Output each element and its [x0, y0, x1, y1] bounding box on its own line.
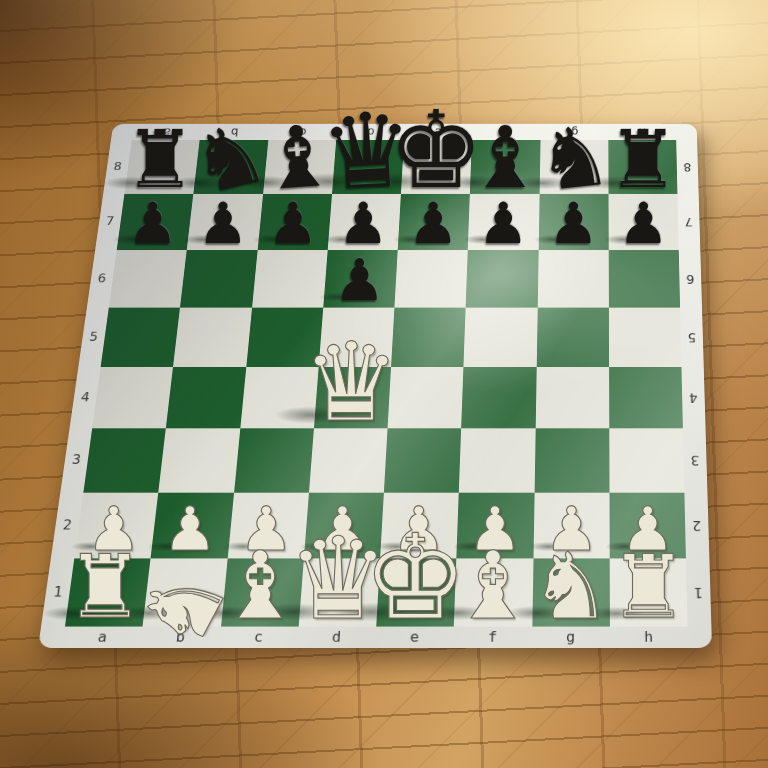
- square-c6[interactable]: [252, 250, 328, 308]
- square-h5[interactable]: [609, 307, 682, 367]
- square-b4[interactable]: [166, 367, 246, 429]
- piece-black-pawn-d6[interactable]: ♟: [334, 252, 386, 310]
- square-f6[interactable]: [466, 250, 538, 308]
- square-g5[interactable]: [536, 307, 609, 367]
- rank-label-right-6: 6: [680, 250, 701, 308]
- square-b5[interactable]: [173, 307, 251, 367]
- square-a3[interactable]: [83, 429, 166, 493]
- square-a4[interactable]: [92, 367, 173, 429]
- square-b6[interactable]: [180, 250, 257, 308]
- square-e5[interactable]: [391, 307, 466, 367]
- square-f3[interactable]: [459, 429, 535, 493]
- square-e6[interactable]: [394, 250, 468, 308]
- square-f5[interactable]: [464, 307, 538, 367]
- piece-white-bishop-f1[interactable]: ♝: [451, 539, 535, 632]
- rank-label-right-5: 5: [681, 307, 703, 367]
- rank-label-right-2: 2: [685, 492, 708, 558]
- piece-black-pawn-f7[interactable]: ♟: [478, 195, 529, 252]
- rank-label-right-8: 8: [677, 140, 698, 194]
- piece-black-rook-h8[interactable]: ♜: [607, 120, 678, 200]
- square-b3[interactable]: [159, 429, 240, 493]
- square-g6[interactable]: [537, 250, 608, 308]
- piece-black-pawn-b7[interactable]: ♟: [198, 195, 249, 252]
- rank-label-right-1: 1: [687, 558, 710, 626]
- piece-black-pawn-h7[interactable]: ♟: [618, 195, 669, 252]
- piece-white-knight-g1[interactable]: ♞: [530, 541, 612, 632]
- square-g3[interactable]: [534, 429, 609, 493]
- rank-label-right-4: 4: [682, 367, 704, 429]
- piece-black-pawn-d7[interactable]: ♟: [338, 195, 389, 252]
- square-h4[interactable]: [609, 367, 683, 429]
- piece-white-queen-d4[interactable]: ♛: [303, 329, 400, 438]
- square-h6[interactable]: [608, 250, 680, 308]
- square-f4[interactable]: [461, 367, 536, 429]
- piece-black-pawn-a7[interactable]: ♟: [128, 195, 179, 252]
- scene: abcdefgh abcdefgh 87654321 87654321 ♜♞♝♛…: [0, 0, 768, 768]
- rank-label-right-7: 7: [678, 194, 699, 250]
- square-h3[interactable]: [609, 429, 684, 493]
- piece-black-bishop-f8[interactable]: ♝: [467, 115, 543, 200]
- piece-black-pawn-c7[interactable]: ♟: [268, 195, 319, 252]
- square-g4[interactable]: [535, 367, 609, 429]
- square-a6[interactable]: [109, 250, 187, 308]
- piece-black-pawn-g7[interactable]: ♟: [548, 195, 599, 252]
- rank-label-right-3: 3: [684, 429, 707, 493]
- square-a5[interactable]: [101, 307, 181, 367]
- piece-white-pawn-b2[interactable]: ♟: [163, 499, 217, 560]
- piece-black-pawn-e7[interactable]: ♟: [408, 195, 459, 252]
- piece-white-rook-h1[interactable]: ♜: [609, 544, 687, 631]
